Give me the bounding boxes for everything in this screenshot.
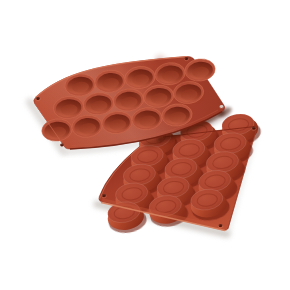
- product-photo: [0, 0, 290, 290]
- molds-illustration: [0, 0, 290, 290]
